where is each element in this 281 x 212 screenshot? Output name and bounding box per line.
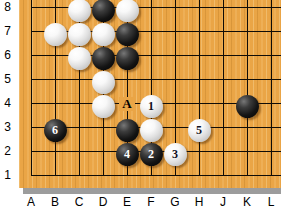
col-label-J: J	[215, 195, 231, 209]
row-label-7: 7	[0, 24, 15, 38]
col-label-A: A	[23, 195, 39, 209]
col-label-E: E	[119, 195, 135, 209]
white-stone-B7[interactable]	[44, 23, 67, 46]
black-stone-E7[interactable]	[116, 23, 139, 46]
white-stone-C8[interactable]	[68, 0, 91, 22]
move-number: 5	[196, 124, 202, 136]
col-label-D: D	[95, 195, 111, 209]
row-label-8: 8	[0, 0, 15, 14]
black-stone-B3-move-6[interactable]: 6	[44, 119, 67, 142]
white-stone-H3-move-5[interactable]: 5	[188, 119, 211, 142]
move-number: 4	[124, 148, 130, 160]
white-stone-G2-move-3[interactable]: 3	[164, 143, 187, 166]
col-label-K: K	[239, 195, 255, 209]
black-stone-F2-move-2[interactable]: 2	[140, 143, 163, 166]
white-stone-C6[interactable]	[68, 47, 91, 70]
white-stone-F4-move-1[interactable]: 1	[140, 95, 163, 118]
go-board-diagram: 87654321ABCDEFGHJKL A 165423	[0, 0, 281, 212]
black-stone-E6[interactable]	[116, 47, 139, 70]
white-stone-C7[interactable]	[68, 23, 91, 46]
col-label-L: L	[263, 195, 279, 209]
row-label-5: 5	[0, 72, 15, 86]
board-edge-shadow	[23, 188, 281, 194]
grid-vline-A	[31, 0, 32, 176]
black-stone-D6[interactable]	[92, 47, 115, 70]
move-number: 1	[148, 100, 154, 112]
grid-vline-L	[271, 0, 272, 176]
col-label-F: F	[143, 195, 159, 209]
white-stone-F3[interactable]	[140, 119, 163, 142]
white-stone-D4[interactable]	[92, 95, 115, 118]
move-number: 6	[52, 124, 58, 136]
row-label-3: 3	[0, 120, 15, 134]
white-stone-D5[interactable]	[92, 71, 115, 94]
move-number: 3	[172, 148, 178, 160]
col-label-C: C	[71, 195, 87, 209]
move-number: 2	[148, 148, 154, 160]
grid-vline-H	[199, 0, 200, 176]
grid-hline-1	[31, 175, 281, 176]
grid-vline-J	[223, 0, 224, 176]
white-stone-E8[interactable]	[116, 0, 139, 22]
row-label-4: 4	[0, 96, 15, 110]
row-label-2: 2	[0, 144, 15, 158]
col-label-B: B	[47, 195, 63, 209]
col-label-H: H	[191, 195, 207, 209]
col-label-G: G	[167, 195, 183, 209]
black-stone-E2-move-4[interactable]: 4	[116, 143, 139, 166]
black-stone-K4[interactable]	[236, 95, 259, 118]
row-label-6: 6	[0, 48, 15, 62]
grid-hline-5	[31, 79, 281, 80]
black-stone-E3[interactable]	[116, 119, 139, 142]
grid-vline-K	[247, 0, 248, 176]
black-stone-D8[interactable]	[92, 0, 115, 22]
row-label-1: 1	[0, 168, 15, 182]
white-stone-D7[interactable]	[92, 23, 115, 46]
marker-A-E4: A	[119, 97, 135, 111]
